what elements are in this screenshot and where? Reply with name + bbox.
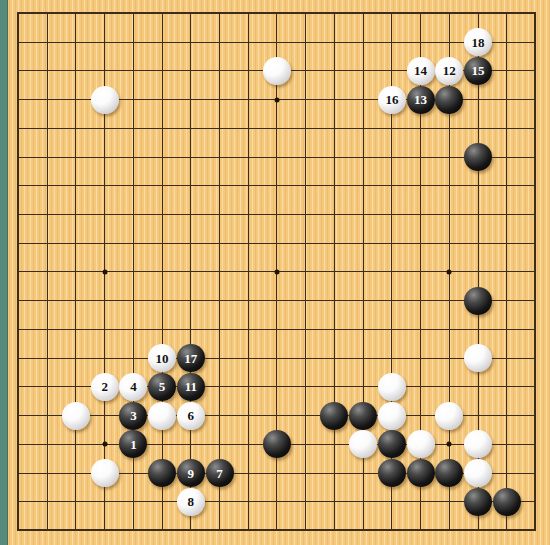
- star-point: [447, 269, 452, 274]
- grid-line: [18, 329, 535, 330]
- white-stone: 8: [177, 488, 205, 516]
- go-board[interactable]: 181412151613101724511361978: [0, 0, 550, 545]
- move-number: 5: [159, 380, 166, 393]
- black-stone: [493, 488, 521, 516]
- black-stone: [464, 488, 492, 516]
- white-stone: 18: [464, 28, 492, 56]
- star-point: [102, 442, 107, 447]
- grid-line: [334, 13, 335, 530]
- black-stone: 7: [206, 459, 234, 487]
- move-number: 3: [130, 409, 137, 422]
- white-stone: [464, 344, 492, 372]
- white-stone: 6: [177, 402, 205, 430]
- go-app-window: 181412151613101724511361978: [0, 0, 550, 545]
- white-stone: [349, 430, 377, 458]
- star-point: [274, 97, 279, 102]
- black-stone: [263, 430, 291, 458]
- move-number: 11: [185, 380, 197, 393]
- white-stone: [91, 459, 119, 487]
- move-number: 1: [130, 438, 137, 451]
- black-stone: [378, 459, 406, 487]
- white-stone: 12: [435, 57, 463, 85]
- move-number: 13: [414, 93, 427, 106]
- move-number: 17: [184, 352, 197, 365]
- black-stone: [407, 459, 435, 487]
- black-stone: [464, 287, 492, 315]
- star-point: [447, 442, 452, 447]
- move-number: 4: [130, 380, 137, 393]
- white-stone: [435, 402, 463, 430]
- white-stone: 16: [378, 86, 406, 114]
- move-number: 15: [472, 64, 485, 77]
- move-number: 6: [188, 409, 195, 422]
- black-stone: [435, 86, 463, 114]
- white-stone: [378, 402, 406, 430]
- star-point: [102, 269, 107, 274]
- black-stone: 1: [119, 430, 147, 458]
- grid-line: [506, 13, 507, 530]
- black-stone: 5: [148, 373, 176, 401]
- white-stone: 10: [148, 344, 176, 372]
- grid-line: [18, 358, 535, 359]
- black-stone: 17: [177, 344, 205, 372]
- move-number: 18: [472, 36, 485, 49]
- grid-line: [305, 13, 306, 530]
- white-stone: 2: [91, 373, 119, 401]
- black-stone: 13: [407, 86, 435, 114]
- move-number: 14: [414, 64, 427, 77]
- grid-line: [18, 501, 535, 502]
- black-stone: [435, 459, 463, 487]
- black-stone: 9: [177, 459, 205, 487]
- white-stone: [62, 402, 90, 430]
- white-stone: [148, 402, 176, 430]
- black-stone: [378, 430, 406, 458]
- star-point: [274, 269, 279, 274]
- white-stone: [407, 430, 435, 458]
- black-stone: [464, 143, 492, 171]
- move-number: 8: [188, 495, 195, 508]
- move-number: 12: [443, 64, 456, 77]
- black-stone: 11: [177, 373, 205, 401]
- white-stone: 4: [119, 373, 147, 401]
- black-stone: [349, 402, 377, 430]
- white-stone: [378, 373, 406, 401]
- move-number: 9: [188, 467, 195, 480]
- white-stone: [263, 57, 291, 85]
- white-stone: [91, 86, 119, 114]
- black-stone: [320, 402, 348, 430]
- black-stone: [148, 459, 176, 487]
- black-stone: 15: [464, 57, 492, 85]
- black-stone: 3: [119, 402, 147, 430]
- white-stone: [464, 430, 492, 458]
- move-number: 10: [156, 352, 169, 365]
- white-stone: [464, 459, 492, 487]
- move-number: 7: [216, 467, 223, 480]
- white-stone: 14: [407, 57, 435, 85]
- grid-line: [18, 300, 535, 301]
- move-number: 16: [385, 93, 398, 106]
- move-number: 2: [101, 380, 108, 393]
